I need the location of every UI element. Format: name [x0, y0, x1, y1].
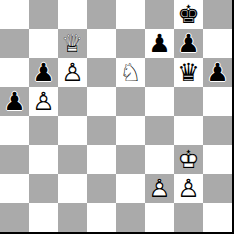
square-e2[interactable]: [116, 174, 145, 203]
square-f1[interactable]: [145, 203, 174, 232]
piece-outline-layer: ♙: [29, 87, 58, 116]
square-c6[interactable]: ♟♙: [58, 58, 87, 87]
square-f8[interactable]: [145, 0, 174, 29]
square-c2[interactable]: [58, 174, 87, 203]
square-f4[interactable]: [145, 116, 174, 145]
square-f7[interactable]: ♟: [145, 29, 174, 58]
square-f2[interactable]: ♟♙: [145, 174, 174, 203]
chess-board: ♚♛♕♟♟♟♟♙♞♘♛♟♟♟♙♚♔♟♙♟♙: [0, 0, 234, 234]
square-f5[interactable]: [145, 87, 174, 116]
square-h1[interactable]: [203, 203, 232, 232]
piece-outline-layer: ♕: [58, 29, 87, 58]
square-e6[interactable]: ♞♘: [116, 58, 145, 87]
square-b8[interactable]: [29, 0, 58, 29]
square-a4[interactable]: [0, 116, 29, 145]
piece-white-pawn: ♟♙: [145, 174, 174, 203]
square-e3[interactable]: [116, 145, 145, 174]
square-g4[interactable]: [174, 116, 203, 145]
square-a2[interactable]: [0, 174, 29, 203]
piece-outline-layer: ♘: [116, 58, 145, 87]
piece-white-pawn: ♟♙: [29, 87, 58, 116]
square-g8[interactable]: ♚: [174, 0, 203, 29]
square-c8[interactable]: [58, 0, 87, 29]
piece-white-knight: ♞♘: [116, 58, 145, 87]
piece-black-pawn: ♟: [174, 29, 203, 58]
piece-outline-layer: ♙: [145, 174, 174, 203]
square-e1[interactable]: [116, 203, 145, 232]
piece-outline-layer: ♙: [174, 174, 203, 203]
piece-black-pawn: ♟: [145, 29, 174, 58]
square-a8[interactable]: [0, 0, 29, 29]
piece-black-king: ♚: [174, 0, 203, 29]
square-b2[interactable]: [29, 174, 58, 203]
square-b5[interactable]: ♟♙: [29, 87, 58, 116]
piece-white-pawn: ♟♙: [58, 58, 87, 87]
piece-outline-layer: ♔: [174, 145, 203, 174]
square-e5[interactable]: [116, 87, 145, 116]
square-d7[interactable]: [87, 29, 116, 58]
square-h6[interactable]: ♟: [203, 58, 232, 87]
square-g7[interactable]: ♟: [174, 29, 203, 58]
piece-outline-layer: ♙: [58, 58, 87, 87]
square-h5[interactable]: [203, 87, 232, 116]
piece-black-queen: ♛: [174, 58, 203, 87]
square-c1[interactable]: [58, 203, 87, 232]
square-g6[interactable]: ♛: [174, 58, 203, 87]
square-d8[interactable]: [87, 0, 116, 29]
square-b7[interactable]: [29, 29, 58, 58]
square-h3[interactable]: [203, 145, 232, 174]
square-d3[interactable]: [87, 145, 116, 174]
square-b3[interactable]: [29, 145, 58, 174]
square-h4[interactable]: [203, 116, 232, 145]
square-h2[interactable]: [203, 174, 232, 203]
square-a7[interactable]: [0, 29, 29, 58]
square-b4[interactable]: [29, 116, 58, 145]
square-a6[interactable]: [0, 58, 29, 87]
square-d5[interactable]: [87, 87, 116, 116]
square-d1[interactable]: [87, 203, 116, 232]
square-c4[interactable]: [58, 116, 87, 145]
square-h7[interactable]: [203, 29, 232, 58]
square-d6[interactable]: [87, 58, 116, 87]
piece-black-pawn: ♟: [203, 58, 232, 87]
piece-white-king: ♚♔: [174, 145, 203, 174]
piece-white-pawn: ♟♙: [174, 174, 203, 203]
square-c3[interactable]: [58, 145, 87, 174]
square-f6[interactable]: [145, 58, 174, 87]
square-g1[interactable]: [174, 203, 203, 232]
square-c5[interactable]: [58, 87, 87, 116]
square-g5[interactable]: [174, 87, 203, 116]
square-d4[interactable]: [87, 116, 116, 145]
square-b6[interactable]: ♟: [29, 58, 58, 87]
square-a1[interactable]: [0, 203, 29, 232]
square-a5[interactable]: ♟: [0, 87, 29, 116]
square-b1[interactable]: [29, 203, 58, 232]
square-e4[interactable]: [116, 116, 145, 145]
piece-black-pawn: ♟: [0, 87, 29, 116]
square-f3[interactable]: [145, 145, 174, 174]
square-a3[interactable]: [0, 145, 29, 174]
square-g2[interactable]: ♟♙: [174, 174, 203, 203]
square-e7[interactable]: [116, 29, 145, 58]
square-h8[interactable]: [203, 0, 232, 29]
piece-white-queen: ♛♕: [58, 29, 87, 58]
square-c7[interactable]: ♛♕: [58, 29, 87, 58]
square-g3[interactable]: ♚♔: [174, 145, 203, 174]
square-e8[interactable]: [116, 0, 145, 29]
piece-black-pawn: ♟: [29, 58, 58, 87]
square-d2[interactable]: [87, 174, 116, 203]
